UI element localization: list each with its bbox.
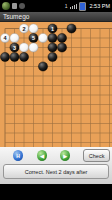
svg-text:5: 5 bbox=[32, 35, 35, 41]
notification-count: 1 bbox=[65, 3, 68, 9]
stone-black-move-1: 1 bbox=[48, 24, 57, 33]
svg-text:1: 1 bbox=[51, 26, 54, 32]
stone-black bbox=[57, 33, 66, 42]
hint-icon: H bbox=[16, 153, 20, 159]
app-title: Tsumego bbox=[3, 13, 29, 20]
hint-button[interactable]: H bbox=[13, 150, 23, 161]
stone-black bbox=[48, 43, 57, 52]
next-arrow-icon: ▶ bbox=[63, 153, 67, 159]
stone-black bbox=[48, 52, 57, 61]
prev-arrow-icon: ◀ bbox=[40, 153, 44, 159]
stone-white bbox=[38, 33, 47, 42]
battery-icon bbox=[79, 2, 86, 11]
stone-white bbox=[10, 33, 19, 42]
status-bar: 1 2:53 PM bbox=[0, 0, 112, 12]
result-message-button[interactable]: Correct. Next 2 days after bbox=[3, 164, 109, 179]
stone-black bbox=[38, 62, 47, 71]
next-button[interactable]: ▶ bbox=[60, 150, 70, 161]
stone-black bbox=[19, 52, 28, 61]
signal-icon bbox=[70, 4, 77, 9]
usb-icon bbox=[12, 3, 17, 9]
stone-black bbox=[0, 52, 9, 61]
title-bar: Tsumego bbox=[0, 12, 112, 22]
check-button-label: Check bbox=[89, 153, 105, 159]
stone-white bbox=[29, 43, 38, 52]
app-icon bbox=[2, 2, 10, 10]
stone-black-move-5: 5 bbox=[29, 33, 38, 42]
stone-black bbox=[57, 43, 66, 52]
stone-black bbox=[67, 24, 76, 33]
prev-button[interactable]: ◀ bbox=[37, 150, 47, 161]
stone-white-move-2: 2 bbox=[19, 24, 28, 33]
nav-row: H ◀ ▶ Check bbox=[0, 147, 112, 164]
storage-icon bbox=[19, 3, 25, 9]
stone-white bbox=[19, 43, 28, 52]
bottom-black-area bbox=[0, 184, 112, 200]
stone-black bbox=[48, 33, 57, 42]
go-board[interactable]: 21453 bbox=[0, 22, 112, 147]
control-panel: H ◀ ▶ Check Correct. Next 2 days after bbox=[0, 147, 112, 184]
check-button[interactable]: Check bbox=[83, 149, 110, 162]
stone-black bbox=[10, 52, 19, 61]
stone-white-move-4: 4 bbox=[0, 33, 9, 42]
status-time: 2:53 PM bbox=[90, 3, 110, 9]
go-board-svg[interactable]: 21453 bbox=[0, 22, 112, 147]
result-message-text: Correct. Next 2 days after bbox=[25, 169, 88, 175]
svg-text:2: 2 bbox=[22, 26, 25, 32]
svg-text:3: 3 bbox=[13, 45, 16, 51]
stone-black-move-3: 3 bbox=[10, 43, 19, 52]
stone-white bbox=[29, 24, 38, 33]
